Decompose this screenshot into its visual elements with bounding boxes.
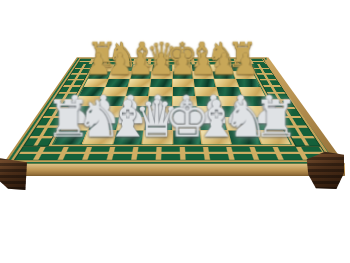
board-front-edge bbox=[1, 164, 345, 176]
chessboard: ♜♞♝♛♚♝♞♜♟♟♟♟♟♟♟♟♟♟♟♟♟♟♟♟♜♞♝♛♚♝♞♜ bbox=[2, 57, 342, 165]
meander-border-bottom bbox=[13, 146, 330, 160]
square-h7[interactable]: ♟ bbox=[233, 72, 256, 79]
square-h1[interactable]: ♜ bbox=[256, 130, 290, 144]
board-surface: ♜♞♝♛♚♝♞♜♟♟♟♟♟♟♟♟♟♟♟♟♟♟♟♟♜♞♝♛♚♝♞♜ bbox=[2, 57, 342, 165]
board-grid: ♜♞♝♛♚♝♞♜♟♟♟♟♟♟♟♟♟♟♟♟♟♟♟♟♜♞♝♛♚♝♞♜ bbox=[52, 65, 292, 145]
gold-pawn[interactable]: ♟ bbox=[232, 50, 259, 78]
silver-rook[interactable]: ♜ bbox=[253, 95, 298, 143]
left-foot bbox=[0, 157, 27, 190]
chess-set-photo: ♜♞♝♛♚♝♞♜♟♟♟♟♟♟♟♟♟♟♟♟♟♟♟♟♜♞♝♛♚♝♞♜ bbox=[0, 0, 350, 263]
